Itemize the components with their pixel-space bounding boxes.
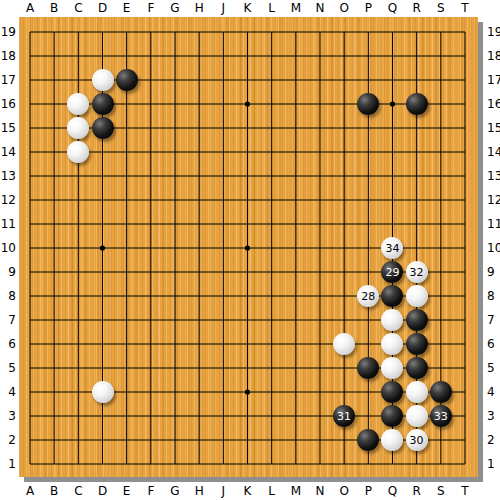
column-label-bottom-S: S: [429, 483, 453, 499]
stone-black-R5: [406, 357, 428, 379]
stone-black-Q3: [381, 405, 403, 427]
row-label-left-5: 5: [0, 360, 16, 376]
row-label-left-11: 11: [0, 216, 16, 232]
column-label-top-P: P: [356, 0, 380, 16]
row-label-right-12: 12: [487, 192, 500, 208]
row-label-left-6: 6: [0, 336, 16, 352]
column-label-top-F: F: [139, 0, 163, 16]
stone-black-Q8: [381, 285, 403, 307]
stone-white-D17: [92, 69, 114, 91]
row-label-right-8: 8: [487, 288, 500, 304]
stone-white-C15: [67, 117, 89, 139]
stone-black-R7: [406, 309, 428, 331]
stone-white-C14: [67, 141, 89, 163]
column-label-top-Q: Q: [381, 0, 405, 16]
stone-white-D4: [92, 381, 114, 403]
stone-white-R8: [406, 285, 428, 307]
column-label-top-M: M: [284, 0, 308, 16]
stone-black-R16: [406, 93, 428, 115]
stone-white-Q2: [381, 429, 403, 451]
move-number-label: 30: [410, 435, 424, 446]
stone-white-R4: [406, 381, 428, 403]
column-label-top-S: S: [429, 0, 453, 16]
row-label-left-9: 9: [0, 264, 16, 280]
column-label-bottom-T: T: [453, 483, 477, 499]
row-label-right-10: 10: [487, 240, 500, 256]
row-label-right-14: 14: [487, 144, 500, 160]
row-label-right-19: 19: [487, 24, 500, 40]
row-label-right-15: 15: [487, 120, 500, 136]
stone-white-O6: [333, 333, 355, 355]
column-label-top-D: D: [91, 0, 115, 16]
column-label-bottom-R: R: [405, 483, 429, 499]
row-label-right-13: 13: [487, 168, 500, 184]
row-label-right-5: 5: [487, 360, 500, 376]
row-label-left-13: 13: [0, 168, 16, 184]
row-label-right-11: 11: [487, 216, 500, 232]
stone-black-O3: 31: [333, 405, 355, 427]
row-label-left-16: 16: [0, 96, 16, 112]
stone-black-S3: 33: [430, 405, 452, 427]
column-label-bottom-N: N: [308, 483, 332, 499]
stone-black-R6: [406, 333, 428, 355]
goban-board[interactable]: 34293228313330: [19, 17, 478, 477]
move-number-label: 28: [361, 291, 375, 302]
row-label-left-8: 8: [0, 288, 16, 304]
row-label-left-17: 17: [0, 72, 16, 88]
column-label-top-H: H: [187, 0, 211, 16]
column-label-bottom-B: B: [42, 483, 66, 499]
column-label-bottom-E: E: [115, 483, 139, 499]
row-label-left-2: 2: [0, 432, 16, 448]
row-label-left-1: 1: [0, 456, 16, 472]
stone-black-D16: [92, 93, 114, 115]
stone-black-P16: [357, 93, 379, 115]
move-number-label: 31: [337, 411, 351, 422]
column-label-bottom-P: P: [356, 483, 380, 499]
row-label-left-10: 10: [0, 240, 16, 256]
column-label-bottom-A: A: [18, 483, 42, 499]
column-label-top-G: G: [163, 0, 187, 16]
column-label-top-K: K: [236, 0, 260, 16]
stone-white-R3: [406, 405, 428, 427]
column-label-top-B: B: [42, 0, 66, 16]
column-label-bottom-M: M: [284, 483, 308, 499]
column-label-bottom-Q: Q: [381, 483, 405, 499]
column-label-bottom-F: F: [139, 483, 163, 499]
row-label-right-4: 4: [487, 384, 500, 400]
stone-white-P8: 28: [357, 285, 379, 307]
row-label-left-12: 12: [0, 192, 16, 208]
stone-white-Q7: [381, 309, 403, 331]
stone-black-E17: [116, 69, 138, 91]
stone-black-P5: [357, 357, 379, 379]
row-label-right-16: 16: [487, 96, 500, 112]
stone-white-C16: [67, 93, 89, 115]
stone-black-S4: [430, 381, 452, 403]
stone-white-R2: 30: [406, 429, 428, 451]
stone-white-Q6: [381, 333, 403, 355]
row-label-left-19: 19: [0, 24, 16, 40]
column-label-bottom-J: J: [211, 483, 235, 499]
row-label-right-2: 2: [487, 432, 500, 448]
column-label-bottom-K: K: [236, 483, 260, 499]
stones-layer: 34293228313330: [18, 20, 477, 476]
column-label-bottom-H: H: [187, 483, 211, 499]
column-label-bottom-L: L: [260, 483, 284, 499]
stone-white-R9: 32: [406, 261, 428, 283]
row-label-left-14: 14: [0, 144, 16, 160]
row-label-right-18: 18: [487, 48, 500, 64]
column-label-bottom-D: D: [91, 483, 115, 499]
column-label-top-A: A: [18, 0, 42, 16]
move-number-label: 33: [434, 411, 448, 422]
row-label-right-3: 3: [487, 408, 500, 424]
go-diagram: AABBCCDDEEFFGGHHJJKKLLMMNNOOPPQQRRSSTT19…: [0, 0, 500, 500]
column-label-top-O: O: [332, 0, 356, 16]
stone-white-Q10: 34: [381, 237, 403, 259]
column-label-bottom-G: G: [163, 483, 187, 499]
stone-black-Q9: 29: [381, 261, 403, 283]
column-label-top-R: R: [405, 0, 429, 16]
row-label-right-17: 17: [487, 72, 500, 88]
column-label-bottom-O: O: [332, 483, 356, 499]
column-label-top-T: T: [453, 0, 477, 16]
row-label-left-7: 7: [0, 312, 16, 328]
row-label-left-18: 18: [0, 48, 16, 64]
row-label-left-4: 4: [0, 384, 16, 400]
move-number-label: 29: [385, 267, 399, 278]
row-label-right-1: 1: [487, 456, 500, 472]
stone-white-Q5: [381, 357, 403, 379]
row-label-left-3: 3: [0, 408, 16, 424]
stone-black-Q4: [381, 381, 403, 403]
stone-black-P2: [357, 429, 379, 451]
column-label-top-J: J: [211, 0, 235, 16]
row-label-right-9: 9: [487, 264, 500, 280]
move-number-label: 34: [385, 243, 399, 254]
stone-black-D15: [92, 117, 114, 139]
column-label-top-N: N: [308, 0, 332, 16]
move-number-label: 32: [410, 267, 424, 278]
column-label-top-E: E: [115, 0, 139, 16]
row-label-right-7: 7: [487, 312, 500, 328]
column-label-top-C: C: [66, 0, 90, 16]
row-label-left-15: 15: [0, 120, 16, 136]
column-label-bottom-C: C: [66, 483, 90, 499]
column-label-top-L: L: [260, 0, 284, 16]
row-label-right-6: 6: [487, 336, 500, 352]
